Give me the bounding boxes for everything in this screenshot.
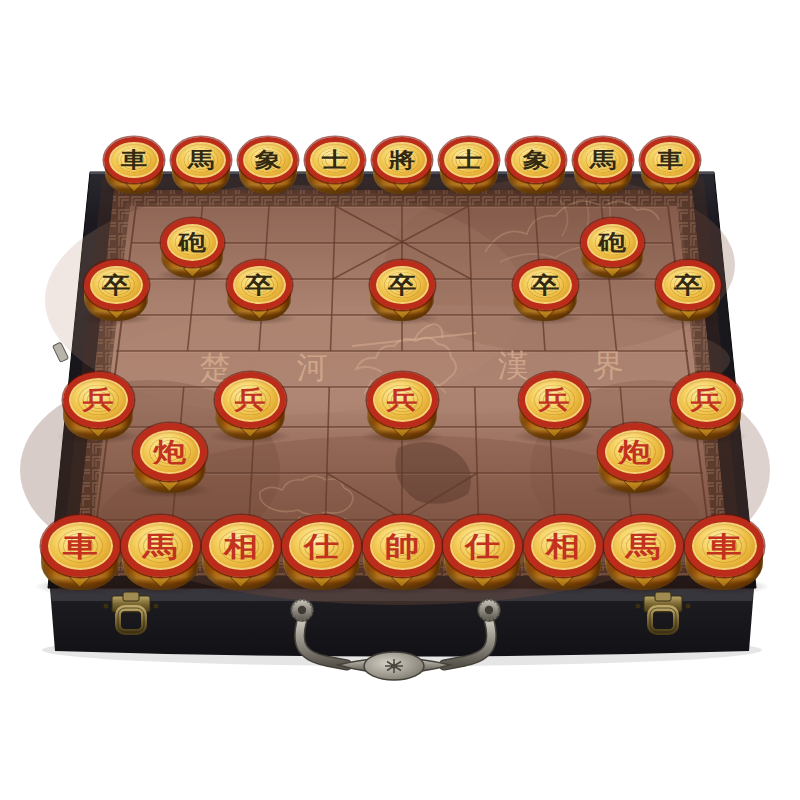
piece-black-horse-f8r1[interactable]: 馬 [573,137,633,195]
piece-top-face: 卒 [513,260,578,311]
piece-black-soldier-f7r4[interactable]: 卒 [513,260,578,323]
piece-top-face: 馬 [171,137,231,184]
piece-black-advisor-f6r1[interactable]: 士 [439,137,499,195]
piece-red-advisor-f4r10[interactable]: 仕 [282,515,361,592]
piece-character: 將 [389,149,415,170]
piece-top-face: 兵 [519,372,590,427]
piece-top-face: 馬 [121,515,200,577]
piece-top-face: 象 [506,137,566,184]
piece-top-face: 仕 [282,515,361,577]
piece-top-face: 馬 [604,515,683,577]
piece-red-general-f5r10[interactable]: 帥 [363,515,442,592]
piece-character: 馬 [626,532,661,560]
piece-character: 兵 [690,388,721,413]
piece-character: 車 [707,532,742,560]
piece-top-face: 仕 [443,515,522,577]
piece-character: 士 [456,149,482,170]
piece-top-face: 車 [104,137,164,184]
piece-top-face: 車 [41,515,120,577]
piece-black-soldier-f1r4[interactable]: 卒 [84,260,149,323]
piece-red-soldier-f1r7[interactable]: 兵 [63,372,134,441]
piece-character: 卒 [388,274,417,297]
piece-character: 車 [657,149,683,170]
piece-top-face: 車 [640,137,700,184]
piece-character: 兵 [386,388,417,413]
piece-red-soldier-f3r7[interactable]: 兵 [215,372,286,441]
piece-black-chariot-f1r1[interactable]: 車 [104,137,164,195]
piece-black-cannon-f2r3[interactable]: 砲 [161,218,224,279]
piece-top-face: 炮 [598,423,672,481]
piece-red-advisor-f6r10[interactable]: 仕 [443,515,522,592]
piece-character: 卒 [102,274,131,297]
piece-character: 相 [546,532,581,560]
piece-character: 車 [63,532,98,560]
piece-character: 炮 [153,439,186,465]
piece-character: 士 [322,149,348,170]
piece-red-soldier-f7r7[interactable]: 兵 [519,372,590,441]
piece-top-face: 象 [238,137,298,184]
piece-top-face: 相 [524,515,603,577]
piece-top-face: 車 [685,515,764,577]
pieces-layer: 車馬象士將士象馬車砲砲卒卒卒卒卒兵兵兵兵兵炮炮車馬相仕帥仕相馬車 [0,0,800,800]
piece-black-general-f5r1[interactable]: 將 [372,137,432,195]
piece-character: 車 [121,149,147,170]
piece-character: 兵 [538,388,569,413]
piece-red-elephant-f7r10[interactable]: 相 [524,515,603,592]
piece-character: 卒 [245,274,274,297]
piece-black-cannon-f8r3[interactable]: 砲 [581,218,644,279]
piece-character: 馬 [188,149,214,170]
piece-top-face: 兵 [671,372,742,427]
piece-top-face: 卒 [84,260,149,311]
piece-top-face: 士 [305,137,365,184]
piece-top-face: 將 [372,137,432,184]
piece-top-face: 卒 [656,260,721,311]
piece-black-soldier-f3r4[interactable]: 卒 [227,260,292,323]
piece-top-face: 卒 [370,260,435,311]
piece-character: 仕 [304,532,339,560]
piece-black-chariot-f9r1[interactable]: 車 [640,137,700,195]
piece-black-soldier-f9r4[interactable]: 卒 [656,260,721,323]
piece-character: 卒 [674,274,703,297]
piece-character: 馬 [590,149,616,170]
piece-black-advisor-f4r1[interactable]: 士 [305,137,365,195]
piece-black-elephant-f7r1[interactable]: 象 [506,137,566,195]
piece-character: 炮 [618,439,651,465]
piece-top-face: 相 [202,515,281,577]
piece-top-face: 馬 [573,137,633,184]
piece-red-cannon-f8r8[interactable]: 炮 [598,423,672,495]
piece-character: 砲 [178,232,206,254]
piece-top-face: 卒 [227,260,292,311]
piece-top-face: 炮 [133,423,207,481]
piece-red-horse-f8r10[interactable]: 馬 [604,515,683,592]
piece-top-face: 兵 [367,372,438,427]
piece-black-soldier-f5r4[interactable]: 卒 [370,260,435,323]
piece-top-face: 士 [439,137,499,184]
piece-character: 兵 [82,388,113,413]
piece-red-horse-f2r10[interactable]: 馬 [121,515,200,592]
piece-character: 帥 [385,532,420,560]
piece-black-horse-f2r1[interactable]: 馬 [171,137,231,195]
piece-character: 馬 [143,532,178,560]
piece-red-soldier-f5r7[interactable]: 兵 [367,372,438,441]
piece-character: 仕 [465,532,500,560]
piece-red-elephant-f3r10[interactable]: 相 [202,515,281,592]
piece-character: 兵 [234,388,265,413]
piece-red-chariot-f1r10[interactable]: 車 [41,515,120,592]
piece-red-soldier-f9r7[interactable]: 兵 [671,372,742,441]
piece-top-face: 帥 [363,515,442,577]
piece-character: 卒 [531,274,560,297]
piece-top-face: 兵 [215,372,286,427]
piece-red-chariot-f9r10[interactable]: 車 [685,515,764,592]
piece-top-face: 兵 [63,372,134,427]
piece-black-elephant-f3r1[interactable]: 象 [238,137,298,195]
piece-character: 砲 [598,232,626,254]
piece-character: 象 [255,149,281,170]
piece-top-face: 砲 [581,218,644,267]
scene: 楚 河 漢 界 [0,0,800,800]
piece-top-face: 砲 [161,218,224,267]
piece-red-cannon-f2r8[interactable]: 炮 [133,423,207,495]
piece-character: 相 [224,532,259,560]
piece-character: 象 [523,149,549,170]
